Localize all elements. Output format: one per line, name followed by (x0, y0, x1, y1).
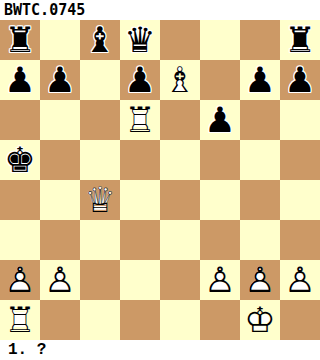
piece-black-pawn: ♟ (40, 60, 80, 100)
square-h2[interactable]: ♟♙ (280, 260, 320, 300)
square-e2[interactable] (160, 260, 200, 300)
square-c8[interactable]: ♝ (80, 20, 120, 60)
square-b3[interactable] (40, 220, 80, 260)
piece-black-bishop: ♝ (80, 20, 120, 60)
square-h6[interactable] (280, 100, 320, 140)
piece-black-pawn: ♟ (200, 100, 240, 140)
square-c7[interactable] (80, 60, 120, 100)
square-b6[interactable] (40, 100, 80, 140)
square-g4[interactable] (240, 180, 280, 220)
piece-black-pawn: ♟ (120, 60, 160, 100)
square-h4[interactable] (280, 180, 320, 220)
square-b4[interactable] (40, 180, 80, 220)
square-e7[interactable]: ♝♗ (160, 60, 200, 100)
square-a5[interactable]: ♚ (0, 140, 40, 180)
square-a7[interactable]: ♟ (0, 60, 40, 100)
square-a4[interactable] (0, 180, 40, 220)
square-e1[interactable] (160, 300, 200, 340)
square-d1[interactable] (120, 300, 160, 340)
square-h5[interactable] (280, 140, 320, 180)
square-h7[interactable]: ♟ (280, 60, 320, 100)
piece-white-king-fill: ♚ (240, 300, 280, 340)
square-f6[interactable]: ♟ (200, 100, 240, 140)
square-c1[interactable] (80, 300, 120, 340)
piece-white-pawn-fill: ♟ (0, 260, 40, 300)
square-g5[interactable] (240, 140, 280, 180)
square-b5[interactable] (40, 140, 80, 180)
square-d8[interactable]: ♛ (120, 20, 160, 60)
piece-black-rook: ♜ (280, 20, 320, 60)
piece-white-pawn: ♙ (280, 260, 320, 300)
square-h3[interactable] (280, 220, 320, 260)
piece-white-rook: ♖ (0, 300, 40, 340)
piece-white-queen: ♕ (80, 180, 120, 220)
piece-white-pawn: ♙ (0, 260, 40, 300)
square-d7[interactable]: ♟ (120, 60, 160, 100)
piece-black-pawn: ♟ (0, 60, 40, 100)
square-c6[interactable] (80, 100, 120, 140)
square-f4[interactable] (200, 180, 240, 220)
square-h8[interactable]: ♜ (280, 20, 320, 60)
square-c3[interactable] (80, 220, 120, 260)
piece-white-rook-fill: ♜ (120, 100, 160, 140)
square-a3[interactable] (0, 220, 40, 260)
square-e6[interactable] (160, 100, 200, 140)
square-h1[interactable] (280, 300, 320, 340)
square-d3[interactable] (120, 220, 160, 260)
square-e4[interactable] (160, 180, 200, 220)
square-g7[interactable]: ♟ (240, 60, 280, 100)
piece-white-pawn: ♙ (200, 260, 240, 300)
square-d4[interactable] (120, 180, 160, 220)
square-b7[interactable]: ♟ (40, 60, 80, 100)
piece-white-pawn-fill: ♟ (240, 260, 280, 300)
piece-black-pawn: ♟ (280, 60, 320, 100)
square-a6[interactable] (0, 100, 40, 140)
piece-white-pawn-fill: ♟ (200, 260, 240, 300)
square-d6[interactable]: ♜♖ (120, 100, 160, 140)
square-a8[interactable]: ♜ (0, 20, 40, 60)
square-a2[interactable]: ♟♙ (0, 260, 40, 300)
piece-white-rook: ♖ (120, 100, 160, 140)
square-g3[interactable] (240, 220, 280, 260)
piece-black-rook: ♜ (0, 20, 40, 60)
square-e3[interactable] (160, 220, 200, 260)
square-c5[interactable] (80, 140, 120, 180)
square-f7[interactable] (200, 60, 240, 100)
square-c2[interactable] (80, 260, 120, 300)
square-d2[interactable] (120, 260, 160, 300)
square-g1[interactable]: ♚♔ (240, 300, 280, 340)
square-e5[interactable] (160, 140, 200, 180)
square-f8[interactable] (200, 20, 240, 60)
square-c4[interactable]: ♛♕ (80, 180, 120, 220)
piece-white-rook-fill: ♜ (0, 300, 40, 340)
piece-white-king: ♔ (240, 300, 280, 340)
piece-white-pawn: ♙ (40, 260, 80, 300)
chess-board: ♜♝♛♜♟♟♟♝♗♟♟♜♖♟♚♛♕♟♙♟♙♟♙♟♙♟♙♜♖♚♔ (0, 20, 320, 340)
piece-black-queen: ♛ (120, 20, 160, 60)
piece-white-queen-fill: ♛ (80, 180, 120, 220)
piece-white-bishop-fill: ♝ (160, 60, 200, 100)
square-d5[interactable] (120, 140, 160, 180)
piece-black-pawn: ♟ (240, 60, 280, 100)
square-f5[interactable] (200, 140, 240, 180)
piece-white-bishop: ♗ (160, 60, 200, 100)
square-g2[interactable]: ♟♙ (240, 260, 280, 300)
piece-black-king: ♚ (0, 140, 40, 180)
square-b8[interactable] (40, 20, 80, 60)
move-prompt: 1. ? (0, 340, 320, 360)
square-b1[interactable] (40, 300, 80, 340)
square-g8[interactable] (240, 20, 280, 60)
square-f1[interactable] (200, 300, 240, 340)
piece-white-pawn-fill: ♟ (40, 260, 80, 300)
square-f3[interactable] (200, 220, 240, 260)
puzzle-title: BWTC.0745 (0, 0, 320, 20)
square-f2[interactable]: ♟♙ (200, 260, 240, 300)
piece-white-pawn-fill: ♟ (280, 260, 320, 300)
square-e8[interactable] (160, 20, 200, 60)
square-b2[interactable]: ♟♙ (40, 260, 80, 300)
piece-white-pawn: ♙ (240, 260, 280, 300)
square-g6[interactable] (240, 100, 280, 140)
square-a1[interactable]: ♜♖ (0, 300, 40, 340)
